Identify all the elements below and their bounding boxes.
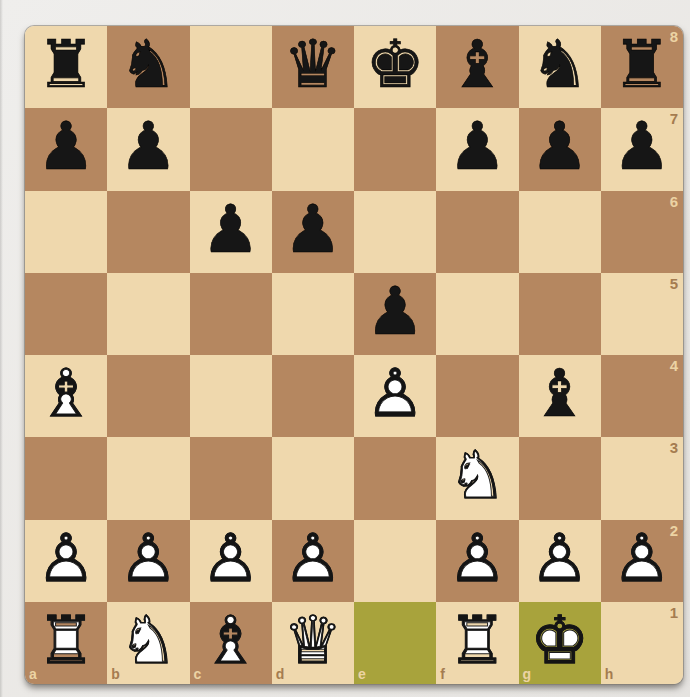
square-h8[interactable]: ♜8 — [601, 26, 683, 108]
square-e1[interactable]: e — [354, 602, 436, 684]
piece-black-pawn[interactable]: ♟ — [612, 114, 671, 180]
square-e4[interactable]: ♟♙ — [354, 355, 436, 437]
square-c2[interactable]: ♟♙ — [190, 520, 272, 602]
coord-rank-5: 5 — [670, 276, 678, 291]
square-e5[interactable]: ♟ — [354, 273, 436, 355]
square-d3[interactable] — [272, 437, 354, 519]
square-b3[interactable] — [107, 437, 189, 519]
square-b7[interactable]: ♟ — [107, 108, 189, 190]
coord-rank-3: 3 — [670, 440, 678, 455]
square-d4[interactable] — [272, 355, 354, 437]
square-c5[interactable] — [190, 273, 272, 355]
piece-white-pawn[interactable]: ♟♙ — [37, 526, 96, 592]
square-h5[interactable]: 5 — [601, 273, 683, 355]
square-d2[interactable]: ♟♙ — [272, 520, 354, 602]
piece-outline: ♘ — [119, 608, 178, 674]
square-f3[interactable]: ♞♘ — [436, 437, 518, 519]
square-e6[interactable] — [354, 191, 436, 273]
square-a5[interactable] — [25, 273, 107, 355]
square-b2[interactable]: ♟♙ — [107, 520, 189, 602]
square-c3[interactable] — [190, 437, 272, 519]
piece-outline: ♙ — [366, 361, 425, 427]
square-h1[interactable]: 1h — [601, 602, 683, 684]
piece-outline: ♗ — [201, 608, 260, 674]
piece-white-pawn[interactable]: ♟♙ — [119, 526, 178, 592]
square-a1[interactable]: ♜♖a — [25, 602, 107, 684]
piece-white-knight[interactable]: ♞♘ — [448, 443, 507, 509]
piece-outline: ♘ — [448, 443, 507, 509]
square-d1[interactable]: ♛♕d — [272, 602, 354, 684]
piece-white-king[interactable]: ♚♔ — [530, 608, 589, 674]
piece-outline: ♗ — [37, 361, 96, 427]
piece-black-rook[interactable]: ♜ — [37, 32, 96, 98]
piece-black-knight[interactable]: ♞ — [530, 32, 589, 98]
piece-black-pawn[interactable]: ♟ — [119, 114, 178, 180]
chess-board: ♜♞♛♚♝♞♜8♟♟♟♟♟7♟♟6♟5♝♗♟♙♝4♞♘3♟♙♟♙♟♙♟♙♟♙♟♙… — [25, 26, 683, 684]
piece-white-pawn[interactable]: ♟♙ — [612, 526, 671, 592]
piece-white-knight[interactable]: ♞♘ — [119, 608, 178, 674]
square-e7[interactable] — [354, 108, 436, 190]
piece-black-rook[interactable]: ♜ — [612, 32, 671, 98]
piece-outline: ♖ — [448, 608, 507, 674]
square-d6[interactable]: ♟ — [272, 191, 354, 273]
square-h7[interactable]: ♟7 — [601, 108, 683, 190]
square-b5[interactable] — [107, 273, 189, 355]
square-b6[interactable] — [107, 191, 189, 273]
piece-black-bishop[interactable]: ♝ — [448, 32, 507, 98]
square-g4[interactable]: ♝ — [519, 355, 601, 437]
square-a6[interactable] — [25, 191, 107, 273]
piece-outline: ♙ — [283, 526, 342, 592]
piece-outline: ♖ — [37, 608, 96, 674]
page-background: ♜♞♛♚♝♞♜8♟♟♟♟♟7♟♟6♟5♝♗♟♙♝4♞♘3♟♙♟♙♟♙♟♙♟♙♟♙… — [0, 0, 690, 697]
square-f6[interactable] — [436, 191, 518, 273]
square-g7[interactable]: ♟ — [519, 108, 601, 190]
square-b4[interactable] — [107, 355, 189, 437]
coord-file-h: h — [605, 667, 614, 681]
square-b1[interactable]: ♞♘b — [107, 602, 189, 684]
square-f7[interactable]: ♟ — [436, 108, 518, 190]
square-f1[interactable]: ♜♖f — [436, 602, 518, 684]
square-g3[interactable] — [519, 437, 601, 519]
square-c7[interactable] — [190, 108, 272, 190]
piece-black-pawn[interactable]: ♟ — [530, 114, 589, 180]
piece-white-queen[interactable]: ♛♕ — [283, 608, 342, 674]
square-a2[interactable]: ♟♙ — [25, 520, 107, 602]
piece-white-rook[interactable]: ♜♖ — [448, 608, 507, 674]
square-e2[interactable] — [354, 520, 436, 602]
coord-file-e: e — [358, 667, 366, 681]
square-e8[interactable]: ♚ — [354, 26, 436, 108]
coord-rank-4: 4 — [670, 358, 678, 373]
piece-black-pawn[interactable]: ♟ — [283, 197, 342, 263]
piece-outline: ♔ — [530, 608, 589, 674]
square-g1[interactable]: ♚♔g — [519, 602, 601, 684]
piece-black-pawn[interactable]: ♟ — [201, 197, 260, 263]
square-f2[interactable]: ♟♙ — [436, 520, 518, 602]
coord-file-f: f — [440, 667, 445, 681]
piece-outline: ♙ — [612, 526, 671, 592]
piece-outline: ♙ — [119, 526, 178, 592]
piece-outline: ♙ — [530, 526, 589, 592]
piece-white-pawn[interactable]: ♟♙ — [366, 361, 425, 427]
coord-rank-1: 1 — [670, 605, 678, 620]
square-h2[interactable]: ♟♙2 — [601, 520, 683, 602]
piece-white-pawn[interactable]: ♟♙ — [530, 526, 589, 592]
square-a7[interactable]: ♟ — [25, 108, 107, 190]
square-c1[interactable]: ♝♗c — [190, 602, 272, 684]
piece-white-pawn[interactable]: ♟♙ — [448, 526, 507, 592]
piece-black-pawn[interactable]: ♟ — [37, 114, 96, 180]
piece-outline: ♙ — [448, 526, 507, 592]
square-g2[interactable]: ♟♙ — [519, 520, 601, 602]
square-a3[interactable] — [25, 437, 107, 519]
piece-white-bishop[interactable]: ♝♗ — [37, 361, 96, 427]
square-e3[interactable] — [354, 437, 436, 519]
coord-rank-6: 6 — [670, 194, 678, 209]
piece-black-queen[interactable]: ♛ — [283, 32, 342, 98]
square-f8[interactable]: ♝ — [436, 26, 518, 108]
square-g6[interactable] — [519, 191, 601, 273]
square-c8[interactable] — [190, 26, 272, 108]
piece-black-knight[interactable]: ♞ — [119, 32, 178, 98]
square-f5[interactable] — [436, 273, 518, 355]
piece-black-pawn[interactable]: ♟ — [448, 114, 507, 180]
square-c6[interactable]: ♟ — [190, 191, 272, 273]
piece-black-pawn[interactable]: ♟ — [366, 279, 425, 345]
piece-outline: ♕ — [283, 608, 342, 674]
square-b8[interactable]: ♞ — [107, 26, 189, 108]
square-d5[interactable] — [272, 273, 354, 355]
square-a4[interactable]: ♝♗ — [25, 355, 107, 437]
piece-white-pawn[interactable]: ♟♙ — [283, 526, 342, 592]
piece-white-pawn[interactable]: ♟♙ — [201, 526, 260, 592]
square-h3[interactable]: 3 — [601, 437, 683, 519]
square-h6[interactable]: 6 — [601, 191, 683, 273]
piece-black-bishop[interactable]: ♝ — [530, 361, 589, 427]
piece-outline: ♙ — [37, 526, 96, 592]
piece-black-king[interactable]: ♚ — [366, 32, 425, 98]
piece-white-bishop[interactable]: ♝♗ — [201, 608, 260, 674]
square-c4[interactable] — [190, 355, 272, 437]
piece-white-rook[interactable]: ♜♖ — [37, 608, 96, 674]
square-f4[interactable] — [436, 355, 518, 437]
square-g8[interactable]: ♞ — [519, 26, 601, 108]
piece-outline: ♙ — [201, 526, 260, 592]
square-h4[interactable]: 4 — [601, 355, 683, 437]
square-d8[interactable]: ♛ — [272, 26, 354, 108]
square-a8[interactable]: ♜ — [25, 26, 107, 108]
square-d7[interactable] — [272, 108, 354, 190]
square-g5[interactable] — [519, 273, 601, 355]
